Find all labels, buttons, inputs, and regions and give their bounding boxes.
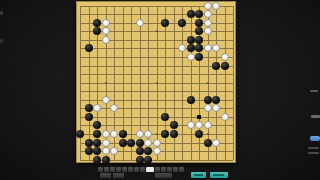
black-stone bbox=[85, 104, 93, 112]
white-stone bbox=[110, 104, 118, 112]
black-stone bbox=[221, 62, 229, 70]
toolbar-button[interactable] bbox=[104, 167, 109, 172]
black-stone bbox=[170, 121, 178, 129]
bottom-center-button[interactable] bbox=[155, 173, 172, 178]
action-button-secondary[interactable] bbox=[210, 172, 228, 178]
white-stone bbox=[221, 113, 229, 121]
black-stone bbox=[195, 53, 203, 61]
black-stone bbox=[161, 113, 169, 121]
go-board[interactable] bbox=[76, 1, 236, 163]
black-stone bbox=[93, 27, 101, 35]
white-stone bbox=[204, 27, 212, 35]
white-stone bbox=[102, 96, 110, 104]
grid-line-horizontal bbox=[80, 91, 233, 92]
black-stone bbox=[187, 36, 195, 44]
move-navigation-toolbar bbox=[98, 166, 184, 172]
toolbar-button[interactable] bbox=[110, 167, 115, 172]
right-panel-label-2 bbox=[311, 115, 320, 118]
toolbar-button[interactable] bbox=[155, 167, 160, 172]
grid-line-horizontal bbox=[80, 117, 233, 118]
white-stone bbox=[153, 147, 161, 155]
grid-line-vertical bbox=[191, 6, 192, 160]
black-stone bbox=[93, 156, 101, 164]
black-stone bbox=[195, 130, 203, 138]
black-stone bbox=[85, 113, 93, 121]
app-background bbox=[0, 0, 320, 180]
white-stone bbox=[204, 19, 212, 27]
grid-line-vertical bbox=[182, 6, 183, 160]
black-stone bbox=[136, 139, 144, 147]
toolbar-button[interactable] bbox=[128, 167, 133, 172]
white-stone bbox=[102, 130, 110, 138]
black-stone bbox=[93, 121, 101, 129]
white-stone bbox=[110, 130, 118, 138]
black-stone bbox=[93, 147, 101, 155]
black-stone bbox=[85, 147, 93, 155]
black-stone bbox=[93, 139, 101, 147]
white-stone bbox=[144, 139, 152, 147]
black-stone bbox=[195, 36, 203, 44]
white-stone bbox=[204, 44, 212, 52]
toolbar-button[interactable] bbox=[173, 167, 178, 172]
black-stone bbox=[195, 44, 203, 52]
star-point bbox=[156, 82, 158, 84]
right-panel-blue-button[interactable] bbox=[310, 136, 320, 141]
white-stone bbox=[195, 121, 203, 129]
white-stone bbox=[110, 147, 118, 155]
action-button-primary[interactable] bbox=[191, 172, 206, 178]
black-stone bbox=[136, 147, 144, 155]
toolbar-button[interactable] bbox=[98, 167, 103, 172]
star-point bbox=[105, 82, 107, 84]
white-stone bbox=[102, 36, 110, 44]
white-stone bbox=[187, 53, 195, 61]
toolbar-button[interactable] bbox=[179, 167, 184, 172]
white-stone bbox=[102, 27, 110, 35]
white-stone bbox=[153, 139, 161, 147]
black-stone bbox=[195, 10, 203, 18]
toolbar-button[interactable] bbox=[167, 167, 172, 172]
black-stone bbox=[161, 19, 169, 27]
left-edge-mark-2 bbox=[0, 39, 3, 43]
white-stone bbox=[102, 139, 110, 147]
black-stone bbox=[93, 130, 101, 138]
star-point bbox=[207, 82, 209, 84]
white-stone bbox=[204, 10, 212, 18]
white-stone bbox=[178, 44, 186, 52]
white-stone bbox=[212, 104, 220, 112]
white-stone bbox=[204, 104, 212, 112]
white-stone bbox=[102, 19, 110, 27]
toolbar-button[interactable] bbox=[140, 167, 145, 172]
toolbar-button[interactable] bbox=[122, 167, 127, 172]
right-panel-label-1 bbox=[310, 90, 318, 92]
black-stone bbox=[119, 130, 127, 138]
black-stone bbox=[187, 10, 195, 18]
black-stone bbox=[204, 139, 212, 147]
left-edge-mark-1 bbox=[0, 11, 3, 15]
black-stone bbox=[187, 96, 195, 104]
black-stone bbox=[127, 139, 135, 147]
toolbar-button[interactable] bbox=[116, 167, 121, 172]
black-stone bbox=[195, 27, 203, 35]
black-stone bbox=[170, 130, 178, 138]
black-stone bbox=[93, 19, 101, 27]
black-stone bbox=[187, 44, 195, 52]
grid-line-vertical bbox=[233, 6, 234, 160]
right-panel-text-line-2 bbox=[308, 152, 319, 154]
white-stone bbox=[93, 104, 101, 112]
black-stone bbox=[85, 139, 93, 147]
white-stone bbox=[136, 130, 144, 138]
white-stone bbox=[187, 121, 195, 129]
black-stone bbox=[102, 156, 110, 164]
black-stone bbox=[136, 156, 144, 164]
black-stone bbox=[144, 147, 152, 155]
white-stone bbox=[204, 2, 212, 10]
last-move-square-marker bbox=[197, 115, 201, 119]
black-stone bbox=[195, 19, 203, 27]
white-stone bbox=[204, 121, 212, 129]
bottom-left-button-1[interactable] bbox=[100, 173, 111, 178]
grid-line-vertical bbox=[216, 6, 217, 160]
toolbar-button[interactable] bbox=[161, 167, 166, 172]
black-stone bbox=[161, 130, 169, 138]
bottom-left-button-2[interactable] bbox=[113, 173, 124, 178]
black-stone bbox=[212, 96, 220, 104]
black-stone bbox=[119, 139, 127, 147]
black-stone bbox=[204, 96, 212, 104]
white-stone bbox=[212, 2, 220, 10]
white-stone bbox=[102, 147, 110, 155]
toolbar-button[interactable] bbox=[134, 167, 139, 172]
right-panel-text-line-1 bbox=[308, 147, 319, 149]
black-stone bbox=[85, 44, 93, 52]
white-stone bbox=[144, 130, 152, 138]
grid-line-vertical bbox=[225, 6, 226, 160]
black-stone bbox=[178, 19, 186, 27]
toolbar-current-button[interactable] bbox=[146, 167, 154, 172]
white-stone bbox=[212, 139, 220, 147]
white-stone bbox=[221, 53, 229, 61]
black-stone bbox=[76, 130, 84, 138]
white-stone bbox=[212, 44, 220, 52]
black-stone bbox=[212, 62, 220, 70]
white-stone bbox=[136, 19, 144, 27]
black-stone bbox=[144, 156, 152, 164]
star-point bbox=[207, 133, 209, 135]
star-point bbox=[156, 133, 158, 135]
